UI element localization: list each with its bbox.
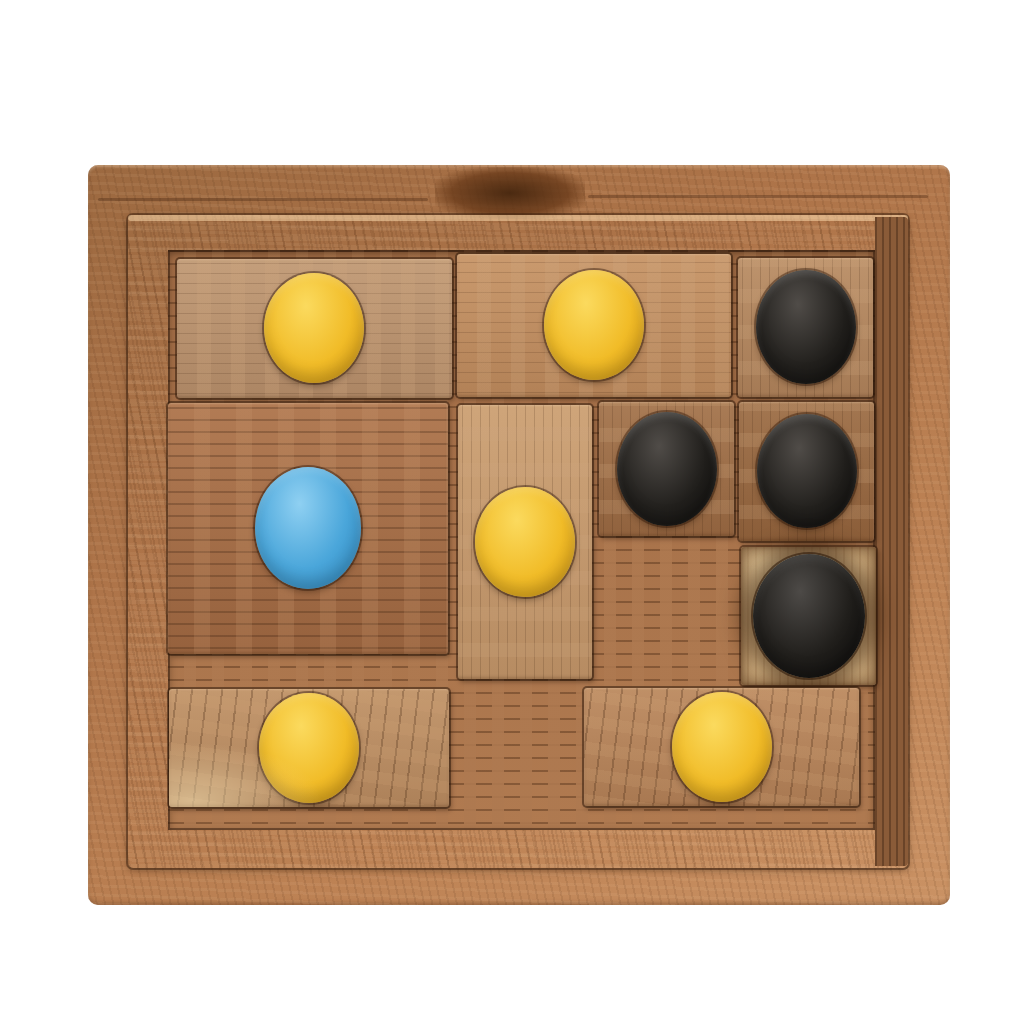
puzzle-piece-K1[interactable] bbox=[738, 258, 873, 397]
puzzle-piece-Y1[interactable] bbox=[177, 259, 452, 398]
page-background: { "game": "Klotski (Khun Phaen) wooden s… bbox=[0, 0, 1024, 1024]
wood-knot bbox=[435, 167, 585, 219]
rim-right-wall bbox=[875, 217, 908, 866]
black-knob-icon bbox=[756, 270, 856, 384]
puzzle-grid bbox=[177, 258, 871, 828]
puzzle-piece-BL[interactable] bbox=[168, 403, 448, 654]
black-burnt-knob-icon bbox=[753, 554, 865, 678]
yellow-knob-icon bbox=[672, 692, 772, 802]
yellow-knob-icon bbox=[259, 693, 359, 803]
puzzle-piece-Y5[interactable] bbox=[584, 688, 859, 806]
puzzle-tray-floor bbox=[168, 250, 875, 830]
puzzle-piece-K4[interactable] bbox=[741, 547, 876, 686]
yellow-knob-icon bbox=[264, 273, 364, 383]
empty-cell bbox=[457, 689, 592, 828]
lid-seam-left bbox=[98, 198, 428, 201]
black-knob-icon bbox=[757, 414, 857, 528]
puzzle-piece-K3[interactable] bbox=[739, 402, 874, 541]
rim-top-highlight bbox=[128, 215, 908, 221]
yellow-knob-icon bbox=[475, 487, 575, 597]
yellow-knob-icon bbox=[544, 270, 644, 380]
puzzle-piece-K2[interactable] bbox=[599, 402, 734, 537]
puzzle-piece-Y4[interactable] bbox=[169, 689, 449, 807]
empty-cell bbox=[596, 546, 731, 685]
lid-seam-right bbox=[588, 195, 928, 198]
black-knob-icon bbox=[617, 412, 717, 526]
puzzle-piece-Y2[interactable] bbox=[457, 254, 732, 397]
puzzle-box bbox=[88, 165, 950, 905]
puzzle-piece-Y3[interactable] bbox=[458, 405, 593, 679]
blue-knob-icon bbox=[255, 467, 361, 589]
